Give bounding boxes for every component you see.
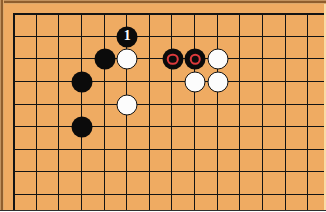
go-board[interactable]: 1 — [0, 0, 326, 211]
black-stone[interactable] — [162, 49, 183, 70]
white-stone[interactable] — [185, 71, 206, 92]
black-stone[interactable] — [94, 49, 115, 70]
black-stone[interactable] — [71, 71, 92, 92]
white-stone[interactable] — [117, 49, 138, 70]
circle-mark — [167, 54, 179, 66]
white-stone[interactable] — [207, 71, 228, 92]
white-stone[interactable] — [207, 49, 228, 70]
circle-mark — [189, 54, 201, 66]
stone-label: 1 — [124, 29, 131, 43]
black-stone[interactable]: 1 — [117, 26, 138, 47]
black-stone[interactable] — [71, 117, 92, 138]
board-frame-left — [0, 0, 4, 211]
white-stone[interactable] — [117, 94, 138, 115]
board-frame-top — [0, 0, 326, 4]
black-stone[interactable] — [185, 49, 206, 70]
go-board-diagram: 1 — [0, 0, 326, 211]
bottom-edge-line — [0, 210, 326, 212]
